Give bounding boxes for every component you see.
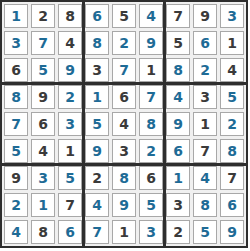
cell-r4c1[interactable]: 8 (4, 85, 28, 109)
cell-r5c1[interactable]: 7 (4, 112, 28, 136)
cell-r5c8[interactable]: 1 (193, 112, 217, 136)
cell-r8c4[interactable]: 4 (85, 193, 109, 217)
cell-r6c8[interactable]: 7 (193, 139, 217, 163)
cell-r6c5[interactable]: 3 (112, 139, 136, 163)
cell-r6c4[interactable]: 9 (85, 139, 109, 163)
cell-r3c9[interactable]: 4 (220, 58, 244, 82)
cell-r4c5[interactable]: 6 (112, 85, 136, 109)
cell-r5c9[interactable]: 2 (220, 112, 244, 136)
cell-r6c2[interactable]: 4 (31, 139, 55, 163)
cell-r1c6[interactable]: 4 (139, 4, 163, 28)
cell-r2c7[interactable]: 5 (166, 31, 190, 55)
box-divider-horizontal-top (2, 82, 246, 85)
cell-r9c2[interactable]: 8 (31, 220, 55, 244)
cell-r7c6[interactable]: 6 (139, 166, 163, 190)
cell-r7c7[interactable]: 1 (166, 166, 190, 190)
cell-r3c3[interactable]: 9 (58, 58, 82, 82)
cell-r9c9[interactable]: 9 (220, 220, 244, 244)
cell-r6c9[interactable]: 8 (220, 139, 244, 163)
cell-r9c7[interactable]: 2 (166, 220, 190, 244)
cell-r8c8[interactable]: 8 (193, 193, 217, 217)
cell-r1c9[interactable]: 3 (220, 4, 244, 28)
cell-r2c6[interactable]: 9 (139, 31, 163, 55)
cell-r3c6[interactable]: 1 (139, 58, 163, 82)
cell-r5c7[interactable]: 9 (166, 112, 190, 136)
cell-r9c3[interactable]: 6 (58, 220, 82, 244)
cell-r8c5[interactable]: 9 (112, 193, 136, 217)
cell-r4c3[interactable]: 2 (58, 85, 82, 109)
cell-r3c7[interactable]: 8 (166, 58, 190, 82)
cell-r2c9[interactable]: 1 (220, 31, 244, 55)
sudoku-board: 1286547933748295616593718248921674357635… (0, 0, 248, 248)
cell-r8c6[interactable]: 5 (139, 193, 163, 217)
cell-r7c5[interactable]: 8 (112, 166, 136, 190)
cell-r4c4[interactable]: 1 (85, 85, 109, 109)
cell-r9c6[interactable]: 3 (139, 220, 163, 244)
cell-r7c2[interactable]: 3 (31, 166, 55, 190)
cell-r2c1[interactable]: 3 (4, 31, 28, 55)
cell-r7c9[interactable]: 7 (220, 166, 244, 190)
cell-r1c1[interactable]: 1 (4, 4, 28, 28)
cell-r1c2[interactable]: 2 (31, 4, 55, 28)
cell-r8c9[interactable]: 6 (220, 193, 244, 217)
cell-r5c6[interactable]: 8 (139, 112, 163, 136)
cell-r8c1[interactable]: 2 (4, 193, 28, 217)
cell-r6c1[interactable]: 5 (4, 139, 28, 163)
cell-r2c4[interactable]: 8 (85, 31, 109, 55)
cell-r1c7[interactable]: 7 (166, 4, 190, 28)
cell-r5c4[interactable]: 5 (85, 112, 109, 136)
cell-r6c7[interactable]: 6 (166, 139, 190, 163)
cell-r7c1[interactable]: 9 (4, 166, 28, 190)
cell-r7c3[interactable]: 5 (58, 166, 82, 190)
box-divider-horizontal-bottom (2, 163, 246, 166)
cell-r8c2[interactable]: 1 (31, 193, 55, 217)
cell-r4c2[interactable]: 9 (31, 85, 55, 109)
cell-r2c8[interactable]: 6 (193, 31, 217, 55)
cell-r1c5[interactable]: 5 (112, 4, 136, 28)
cell-r7c8[interactable]: 4 (193, 166, 217, 190)
cell-r3c1[interactable]: 6 (4, 58, 28, 82)
cell-r4c8[interactable]: 3 (193, 85, 217, 109)
cell-r5c2[interactable]: 6 (31, 112, 55, 136)
cell-r1c8[interactable]: 9 (193, 4, 217, 28)
cell-r3c8[interactable]: 2 (193, 58, 217, 82)
cell-r9c8[interactable]: 5 (193, 220, 217, 244)
cell-r7c4[interactable]: 2 (85, 166, 109, 190)
cell-r4c7[interactable]: 4 (166, 85, 190, 109)
cell-r9c5[interactable]: 1 (112, 220, 136, 244)
box-divider-vertical-right (163, 2, 166, 246)
cell-r6c6[interactable]: 2 (139, 139, 163, 163)
cell-r5c3[interactable]: 3 (58, 112, 82, 136)
sudoku-grid: 1286547933748295616593718248921674357635… (4, 4, 244, 244)
cell-r9c4[interactable]: 7 (85, 220, 109, 244)
cell-r8c3[interactable]: 7 (58, 193, 82, 217)
cell-r2c5[interactable]: 2 (112, 31, 136, 55)
cell-r1c4[interactable]: 6 (85, 4, 109, 28)
cell-r3c4[interactable]: 3 (85, 58, 109, 82)
box-divider-vertical-left (82, 2, 85, 246)
cell-r3c2[interactable]: 5 (31, 58, 55, 82)
cell-r1c3[interactable]: 8 (58, 4, 82, 28)
cell-r4c6[interactable]: 7 (139, 85, 163, 109)
cell-r6c3[interactable]: 1 (58, 139, 82, 163)
cell-r2c3[interactable]: 4 (58, 31, 82, 55)
cell-r8c7[interactable]: 3 (166, 193, 190, 217)
cell-r3c5[interactable]: 7 (112, 58, 136, 82)
cell-r5c5[interactable]: 4 (112, 112, 136, 136)
cell-r2c2[interactable]: 7 (31, 31, 55, 55)
cell-r9c1[interactable]: 4 (4, 220, 28, 244)
cell-r4c9[interactable]: 5 (220, 85, 244, 109)
